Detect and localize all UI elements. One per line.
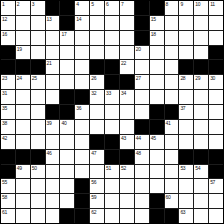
cell-r5c12[interactable]	[165, 60, 179, 74]
cell-r6c6[interactable]	[75, 75, 89, 89]
cell-r7c12[interactable]	[165, 90, 179, 104]
clue-number: 63	[180, 209, 185, 215]
block-cell	[60, 209, 74, 223]
cell-r12c13[interactable]: 53	[179, 165, 193, 179]
clue-number: 36	[76, 105, 81, 111]
cell-r14c4[interactable]	[46, 194, 60, 208]
cell-r6c14[interactable]: 29	[194, 75, 208, 89]
block-cell	[120, 150, 134, 164]
cell-r10c1[interactable]: 42	[1, 135, 15, 149]
cell-r12c3[interactable]: 50	[31, 165, 45, 179]
clue-number: 23	[2, 75, 7, 81]
cell-r7c11[interactable]	[150, 90, 164, 104]
cell-r9c2[interactable]	[16, 120, 30, 134]
cell-r13c9[interactable]	[120, 179, 134, 193]
cell-r1c9[interactable]: 7	[120, 1, 134, 15]
cell-r4c3[interactable]	[31, 46, 45, 60]
block-cell	[31, 60, 45, 74]
cell-r10c5[interactable]	[60, 135, 74, 149]
clue-number: 21	[47, 60, 52, 66]
cell-r15c15[interactable]	[209, 209, 223, 223]
block-cell	[46, 1, 60, 15]
block-cell	[150, 105, 164, 119]
cell-r4c6[interactable]	[75, 46, 89, 60]
cell-r5c6[interactable]	[75, 60, 89, 74]
cell-r13c15[interactable]: 57	[209, 179, 223, 193]
cell-r7c14[interactable]	[194, 90, 208, 104]
cell-r10c11[interactable]: 45	[150, 135, 164, 149]
cell-r8c13[interactable]: 37	[179, 105, 193, 119]
clue-number: 62	[91, 209, 96, 215]
cell-r4c5[interactable]	[60, 46, 74, 60]
cell-r14c2[interactable]	[16, 194, 30, 208]
cell-r2c8[interactable]	[105, 16, 119, 30]
clue-number: 40	[61, 120, 66, 126]
cell-r11c7[interactable]: 47	[90, 150, 104, 164]
cell-r9c15[interactable]	[209, 120, 223, 134]
cell-r6c11[interactable]	[150, 75, 164, 89]
cell-r2c13[interactable]	[179, 16, 193, 30]
cell-r10c15[interactable]	[209, 135, 223, 149]
block-cell	[209, 46, 223, 60]
block-cell	[105, 60, 119, 74]
clue-number: 58	[2, 194, 7, 200]
cell-r10c13[interactable]	[179, 135, 193, 149]
block-cell	[1, 165, 15, 179]
cell-r12c5[interactable]	[60, 165, 74, 179]
cell-r3c3[interactable]	[31, 31, 45, 45]
clue-number: 19	[17, 46, 22, 52]
block-cell	[150, 1, 164, 15]
clue-number: 11	[210, 1, 215, 7]
cell-r9c14[interactable]	[194, 120, 208, 134]
cell-r4c4[interactable]	[46, 46, 60, 60]
block-cell	[135, 31, 149, 45]
cell-r11c12[interactable]	[165, 150, 179, 164]
cell-r12c8[interactable]: 51	[105, 165, 119, 179]
cell-r3c7[interactable]	[90, 31, 104, 45]
clue-number: 41	[166, 120, 171, 126]
cell-r3c1[interactable]: 16	[1, 31, 15, 45]
cell-r8c1[interactable]: 35	[1, 105, 15, 119]
cell-r10c12[interactable]	[165, 135, 179, 149]
block-cell	[105, 135, 119, 149]
clue-number: 9	[180, 1, 182, 7]
cell-r3c9[interactable]	[120, 31, 134, 45]
cell-r13c2[interactable]	[16, 179, 30, 193]
cell-r10c9[interactable]: 43	[120, 135, 134, 149]
cell-r1c13[interactable]: 9	[179, 1, 193, 15]
cell-r13c8[interactable]	[105, 179, 119, 193]
clue-number: 61	[2, 209, 7, 215]
clue-number: 35	[2, 105, 7, 111]
cell-r6c4[interactable]	[46, 75, 60, 89]
cell-r15c4[interactable]	[46, 209, 60, 223]
clue-number: 24	[17, 75, 22, 81]
cell-r12c10[interactable]	[135, 165, 149, 179]
clue-number: 16	[2, 31, 7, 37]
cell-r9c8[interactable]	[105, 120, 119, 134]
cell-r14c14[interactable]	[194, 194, 208, 208]
cell-r11c5[interactable]	[60, 150, 74, 164]
cell-r2c6[interactable]: 14	[75, 16, 89, 30]
clue-number: 47	[91, 150, 96, 156]
cell-r7c7[interactable]: 32	[90, 90, 104, 104]
cell-r14c12[interactable]: 60	[165, 194, 179, 208]
crossword-grid: 1234567891011121314151617181920212223242…	[0, 0, 224, 224]
cell-r15c9[interactable]	[120, 209, 134, 223]
clue-number: 14	[76, 16, 81, 22]
cell-r12c11[interactable]	[150, 165, 164, 179]
cell-r15c13[interactable]: 63	[179, 209, 193, 223]
cell-r4c2[interactable]: 19	[16, 46, 30, 60]
cell-r2c15[interactable]	[209, 16, 223, 30]
cell-r9c5[interactable]: 40	[60, 120, 74, 134]
cell-r4c11[interactable]	[150, 46, 164, 60]
cell-r6c2[interactable]: 24	[16, 75, 30, 89]
cell-r10c2[interactable]	[16, 135, 30, 149]
cell-r13c12[interactable]	[165, 179, 179, 193]
block-cell	[1, 46, 15, 60]
block-cell	[135, 1, 149, 15]
clue-number: 48	[136, 150, 141, 156]
cell-r12c12[interactable]	[165, 165, 179, 179]
clue-number: 28	[180, 75, 185, 81]
cell-r7c9[interactable]: 34	[120, 90, 134, 104]
block-cell	[75, 90, 89, 104]
cell-r13c7[interactable]: 56	[90, 179, 104, 193]
cell-r2c11[interactable]: 15	[150, 16, 164, 30]
cell-r2c4[interactable]: 13	[46, 16, 60, 30]
cell-r3c13[interactable]	[179, 31, 193, 45]
cell-r1c1[interactable]: 1	[1, 1, 15, 15]
cell-r6c10[interactable]: 27	[135, 75, 149, 89]
cell-r14c10[interactable]	[135, 194, 149, 208]
clue-number: 17	[61, 31, 66, 37]
cell-r8c7[interactable]	[90, 105, 104, 119]
cell-r7c13[interactable]	[179, 90, 193, 104]
cell-r2c9[interactable]	[120, 16, 134, 30]
block-cell	[105, 150, 119, 164]
cell-r15c3[interactable]	[31, 209, 45, 223]
cell-r15c8[interactable]	[105, 209, 119, 223]
block-cell	[90, 135, 104, 149]
cell-r11c6[interactable]	[75, 150, 89, 164]
cell-r6c13[interactable]: 28	[179, 75, 193, 89]
cell-r12c6[interactable]	[75, 165, 89, 179]
clue-number: 42	[2, 135, 7, 141]
clue-number: 7	[121, 1, 123, 7]
cell-r10c14[interactable]	[194, 135, 208, 149]
block-cell	[60, 105, 74, 119]
cell-r11c11[interactable]	[150, 150, 164, 164]
cell-r2c2[interactable]	[16, 16, 30, 30]
cell-r7c15[interactable]	[209, 90, 223, 104]
cell-r14c5[interactable]	[60, 194, 74, 208]
clue-number: 20	[136, 46, 141, 52]
block-cell	[1, 60, 15, 74]
block-cell	[75, 209, 89, 223]
clue-number: 10	[195, 1, 200, 7]
block-cell	[165, 105, 179, 119]
cell-r3c8[interactable]	[105, 31, 119, 45]
block-cell	[75, 179, 89, 193]
cell-r13c5[interactable]	[60, 179, 74, 193]
block-cell	[179, 60, 193, 74]
clue-number: 46	[47, 150, 52, 156]
cell-r6c15[interactable]: 30	[209, 75, 223, 89]
cell-r3c2[interactable]	[16, 31, 30, 45]
cell-r8c9[interactable]	[120, 105, 134, 119]
clue-number: 5	[91, 1, 93, 7]
cell-r5c5[interactable]	[60, 60, 74, 74]
block-cell	[75, 194, 89, 208]
clue-number: 26	[91, 75, 96, 81]
clue-number: 52	[121, 165, 126, 171]
cell-r10c4[interactable]	[46, 135, 60, 149]
cell-r9c3[interactable]	[31, 120, 45, 134]
block-cell	[16, 60, 30, 74]
crossword-board: 1234567891011121314151617181920212223242…	[0, 0, 224, 224]
cell-r8c15[interactable]	[209, 105, 223, 119]
cell-r8c6[interactable]: 36	[75, 105, 89, 119]
cell-r7c3[interactable]	[31, 90, 45, 104]
cell-r2c3[interactable]	[31, 16, 45, 30]
cell-r7c2[interactable]	[16, 90, 30, 104]
clue-number: 6	[106, 1, 108, 7]
block-cell	[60, 90, 74, 104]
cell-r4c8[interactable]	[105, 46, 119, 60]
clue-number: 12	[2, 16, 7, 22]
cell-r14c7[interactable]: 59	[90, 194, 104, 208]
cell-r1c6[interactable]: 4	[75, 1, 89, 15]
cell-r15c10[interactable]	[135, 209, 149, 223]
clue-number: 56	[91, 179, 96, 185]
clue-number: 51	[106, 165, 111, 171]
cell-r7c1[interactable]: 31	[1, 90, 15, 104]
cell-r2c12[interactable]	[165, 16, 179, 30]
cell-r1c14[interactable]: 10	[194, 1, 208, 15]
cell-r6c5[interactable]	[60, 75, 74, 89]
cell-r12c14[interactable]: 54	[194, 165, 208, 179]
block-cell	[60, 1, 74, 15]
cell-r4c14[interactable]	[194, 46, 208, 60]
cell-r7c4[interactable]	[46, 90, 60, 104]
clue-number: 30	[210, 75, 215, 81]
block-cell	[194, 60, 208, 74]
block-cell	[31, 150, 45, 164]
clue-number: 22	[121, 60, 126, 66]
cell-r3c4[interactable]	[46, 31, 60, 45]
cell-r9c9[interactable]	[120, 120, 134, 134]
cell-r12c4[interactable]	[46, 165, 60, 179]
clue-number: 59	[91, 194, 96, 200]
cell-r15c14[interactable]	[194, 209, 208, 223]
cell-r15c7[interactable]: 62	[90, 209, 104, 223]
cell-r5c10[interactable]	[135, 60, 149, 74]
clue-number: 39	[47, 120, 52, 126]
block-cell	[105, 75, 119, 89]
clue-number: 4	[76, 1, 78, 7]
cell-r2c1[interactable]: 12	[1, 16, 15, 30]
cell-r5c9[interactable]: 22	[120, 60, 134, 74]
cell-r13c11[interactable]	[150, 179, 164, 193]
cell-r9c4[interactable]: 39	[46, 120, 60, 134]
block-cell	[165, 209, 179, 223]
clue-number: 18	[151, 31, 156, 37]
clue-number: 50	[32, 165, 37, 171]
cell-r10c10[interactable]: 44	[135, 135, 149, 149]
cell-r10c3[interactable]	[31, 135, 45, 149]
cell-r1c12[interactable]: 8	[165, 1, 179, 15]
block-cell	[209, 165, 223, 179]
cell-r13c10[interactable]	[135, 179, 149, 193]
cell-r13c4[interactable]	[46, 179, 60, 193]
cell-r12c7[interactable]	[90, 165, 104, 179]
cell-r8c3[interactable]	[31, 105, 45, 119]
cell-r15c1[interactable]: 61	[1, 209, 15, 223]
cell-r11c10[interactable]: 48	[135, 150, 149, 164]
cell-r9c12[interactable]: 41	[165, 120, 179, 134]
block-cell	[135, 16, 149, 30]
clue-number: 13	[47, 16, 52, 22]
cell-r4c10[interactable]: 20	[135, 46, 149, 60]
cell-r5c4[interactable]: 21	[46, 60, 60, 74]
clue-number: 2	[17, 1, 19, 7]
cell-r3c6[interactable]	[75, 31, 89, 45]
clue-number: 33	[106, 90, 111, 96]
clue-number: 57	[210, 179, 215, 185]
cell-r12c9[interactable]: 52	[120, 165, 134, 179]
clue-number: 8	[166, 1, 168, 7]
cell-r9c1[interactable]: 38	[1, 120, 15, 134]
cell-r14c8[interactable]	[105, 194, 119, 208]
cell-r6c3[interactable]: 25	[31, 75, 45, 89]
block-cell	[135, 120, 149, 134]
cell-r1c15[interactable]: 11	[209, 1, 223, 15]
cell-r3c11[interactable]: 18	[150, 31, 164, 45]
cell-r6c1[interactable]: 23	[1, 75, 15, 89]
clue-number: 34	[121, 90, 126, 96]
cell-r14c3[interactable]	[31, 194, 45, 208]
cell-r2c7[interactable]	[90, 16, 104, 30]
block-cell	[150, 120, 164, 134]
cell-r1c3[interactable]: 3	[31, 1, 45, 15]
cell-r6c12[interactable]	[165, 75, 179, 89]
cell-r14c9[interactable]	[120, 194, 134, 208]
clue-number: 45	[151, 135, 156, 141]
clue-number: 27	[136, 75, 141, 81]
clue-number: 37	[180, 105, 185, 111]
cell-r4c13[interactable]	[179, 46, 193, 60]
cell-r3c5[interactable]: 17	[60, 31, 74, 45]
block-cell	[60, 16, 74, 30]
clue-number: 31	[2, 90, 7, 96]
cell-r14c13[interactable]	[179, 194, 193, 208]
block-cell	[1, 150, 15, 164]
clue-number: 38	[2, 120, 7, 126]
cell-r9c6[interactable]	[75, 120, 89, 134]
cell-r9c7[interactable]	[90, 120, 104, 134]
cell-r3c14[interactable]	[194, 31, 208, 45]
clue-number: 29	[195, 75, 200, 81]
cell-r8c10[interactable]	[135, 105, 149, 119]
block-cell	[209, 60, 223, 74]
cell-r14c1[interactable]: 58	[1, 194, 15, 208]
clue-number: 54	[195, 165, 200, 171]
clue-number: 32	[91, 90, 96, 96]
cell-r3c12[interactable]	[165, 31, 179, 45]
block-cell	[16, 150, 30, 164]
cell-r4c12[interactable]	[165, 46, 179, 60]
block-cell	[194, 150, 208, 164]
block-cell	[209, 150, 223, 164]
cell-r6c7[interactable]: 26	[90, 75, 104, 89]
cell-r1c7[interactable]: 5	[90, 1, 104, 15]
cell-r13c14[interactable]	[194, 179, 208, 193]
cell-r10c6[interactable]	[75, 135, 89, 149]
cell-r13c1[interactable]: 55	[1, 179, 15, 193]
clue-number: 44	[136, 135, 141, 141]
clue-number: 25	[32, 75, 37, 81]
block-cell	[179, 150, 193, 164]
block-cell	[150, 209, 164, 223]
clue-number: 15	[151, 16, 156, 22]
block-cell	[120, 75, 134, 89]
cell-r11c4[interactable]: 46	[46, 150, 60, 164]
clue-number: 55	[2, 179, 7, 185]
clue-number: 53	[180, 165, 185, 171]
clue-number: 3	[32, 1, 34, 7]
block-cell	[90, 60, 104, 74]
cell-r15c2[interactable]	[16, 209, 30, 223]
cell-r1c2[interactable]: 2	[16, 1, 30, 15]
cell-r7c8[interactable]: 33	[105, 90, 119, 104]
cell-r14c15[interactable]	[209, 194, 223, 208]
cell-r13c3[interactable]	[31, 179, 45, 193]
block-cell	[46, 105, 60, 119]
block-cell	[150, 194, 164, 208]
cell-r12c2[interactable]: 49	[16, 165, 30, 179]
cell-r13c13[interactable]	[179, 179, 193, 193]
clue-number: 49	[17, 165, 22, 171]
cell-r8c14[interactable]	[194, 105, 208, 119]
cell-r5c11[interactable]	[150, 60, 164, 74]
cell-r9c13[interactable]	[179, 120, 193, 134]
cell-r7c10[interactable]	[135, 90, 149, 104]
cell-r8c2[interactable]	[16, 105, 30, 119]
clue-number: 43	[121, 135, 126, 141]
cell-r2c14[interactable]	[194, 16, 208, 30]
cell-r3c15[interactable]	[209, 31, 223, 45]
cell-r8c8[interactable]	[105, 105, 119, 119]
clue-number: 1	[2, 1, 4, 7]
clue-number: 60	[166, 194, 171, 200]
cell-r4c9[interactable]	[120, 46, 134, 60]
cell-r1c8[interactable]: 6	[105, 1, 119, 15]
cell-r4c7[interactable]	[90, 46, 104, 60]
